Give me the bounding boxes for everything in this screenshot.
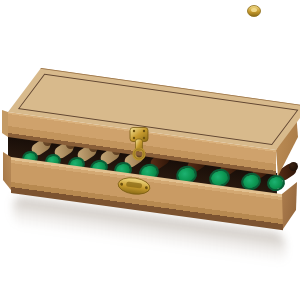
chess-box-product-photo [0, 0, 300, 300]
brass-glint [246, 4, 262, 18]
latch-catch-plate [115, 175, 153, 197]
latch-hook [122, 126, 156, 162]
piece-top-black-9 [289, 162, 298, 171]
